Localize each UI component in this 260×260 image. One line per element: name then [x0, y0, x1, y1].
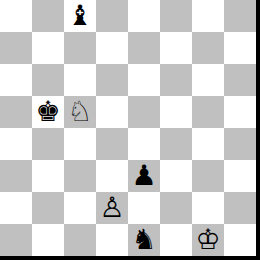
square-h6[interactable]	[224, 64, 256, 96]
square-a7[interactable]	[0, 32, 32, 64]
square-d6[interactable]	[96, 64, 128, 96]
square-f4[interactable]	[160, 128, 192, 160]
square-e7[interactable]	[128, 32, 160, 64]
square-a2[interactable]	[0, 192, 32, 224]
square-f3[interactable]	[160, 160, 192, 192]
square-b5[interactable]: ♚	[32, 96, 64, 128]
black-pawn-e3: ♟	[131, 160, 156, 192]
square-b3[interactable]	[32, 160, 64, 192]
square-e5[interactable]	[128, 96, 160, 128]
square-a6[interactable]	[0, 64, 32, 96]
square-c2[interactable]	[64, 192, 96, 224]
square-e6[interactable]	[128, 64, 160, 96]
square-e3[interactable]: ♟	[128, 160, 160, 192]
square-b6[interactable]	[32, 64, 64, 96]
square-h3[interactable]	[224, 160, 256, 192]
square-d4[interactable]	[96, 128, 128, 160]
square-c7[interactable]	[64, 32, 96, 64]
square-e2[interactable]	[128, 192, 160, 224]
chess-board: ♝♚♘♟♙♞♔	[0, 0, 256, 256]
square-b7[interactable]	[32, 32, 64, 64]
square-h5[interactable]	[224, 96, 256, 128]
square-c1[interactable]	[64, 224, 96, 256]
square-c8[interactable]: ♝	[64, 0, 96, 32]
square-a3[interactable]	[0, 160, 32, 192]
square-a8[interactable]	[0, 0, 32, 32]
square-e8[interactable]	[128, 0, 160, 32]
square-h4[interactable]	[224, 128, 256, 160]
square-g6[interactable]	[192, 64, 224, 96]
square-d7[interactable]	[96, 32, 128, 64]
square-b4[interactable]	[32, 128, 64, 160]
square-f7[interactable]	[160, 32, 192, 64]
square-f8[interactable]	[160, 0, 192, 32]
square-h7[interactable]	[224, 32, 256, 64]
square-a4[interactable]	[0, 128, 32, 160]
square-g5[interactable]	[192, 96, 224, 128]
square-f6[interactable]	[160, 64, 192, 96]
black-knight-e1: ♞	[131, 224, 156, 256]
square-d5[interactable]	[96, 96, 128, 128]
square-d2[interactable]: ♙	[96, 192, 128, 224]
square-f2[interactable]	[160, 192, 192, 224]
square-g3[interactable]	[192, 160, 224, 192]
square-g2[interactable]	[192, 192, 224, 224]
square-e1[interactable]: ♞	[128, 224, 160, 256]
square-e4[interactable]	[128, 128, 160, 160]
black-bishop-c8: ♝	[67, 0, 92, 32]
square-c5[interactable]: ♘	[64, 96, 96, 128]
square-c4[interactable]	[64, 128, 96, 160]
square-d1[interactable]	[96, 224, 128, 256]
square-g7[interactable]	[192, 32, 224, 64]
square-f1[interactable]	[160, 224, 192, 256]
white-knight-c5: ♘	[67, 96, 92, 128]
square-g8[interactable]	[192, 0, 224, 32]
white-king-g1: ♔	[195, 224, 220, 256]
square-h2[interactable]	[224, 192, 256, 224]
square-a1[interactable]	[0, 224, 32, 256]
square-d3[interactable]	[96, 160, 128, 192]
square-b1[interactable]	[32, 224, 64, 256]
square-g4[interactable]	[192, 128, 224, 160]
square-a5[interactable]	[0, 96, 32, 128]
square-f5[interactable]	[160, 96, 192, 128]
square-g1[interactable]: ♔	[192, 224, 224, 256]
black-king-b5: ♚	[35, 96, 60, 128]
square-d8[interactable]	[96, 0, 128, 32]
square-b2[interactable]	[32, 192, 64, 224]
square-c3[interactable]	[64, 160, 96, 192]
square-h1[interactable]	[224, 224, 256, 256]
square-b8[interactable]	[32, 0, 64, 32]
white-pawn-d2: ♙	[99, 192, 124, 224]
chess-board-frame: ♝♚♘♟♙♞♔	[0, 0, 260, 260]
square-h8[interactable]	[224, 0, 256, 32]
square-c6[interactable]	[64, 64, 96, 96]
